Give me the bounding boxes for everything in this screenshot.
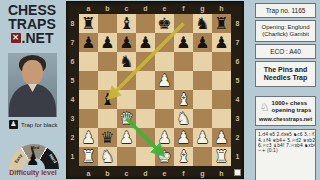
promo-text: 1000+ chess opening traps [272, 100, 312, 114]
rank-label-8: 8 [67, 18, 78, 29]
square-f6 [174, 52, 193, 71]
square-a8: ♜ [79, 14, 98, 33]
white-knight-f3: ♞ [174, 109, 193, 128]
square-c3: ♛ [117, 109, 136, 128]
black-pawn-g7: ♟ [193, 33, 212, 52]
square-c4 [117, 90, 136, 109]
square-f2: ♟ [174, 128, 193, 147]
opening-line-2: (Charlick) Gambit [256, 31, 315, 38]
eco-box: ECO : A40 [255, 44, 316, 59]
opening-box: Opening: Englund (Charlick) Gambit [255, 20, 316, 42]
black-pawn-b7: ♟ [98, 33, 117, 52]
square-d8 [136, 14, 155, 33]
square-b4: ♝ [98, 90, 117, 109]
white-pawn-c2: ♟ [117, 128, 136, 147]
opening-line-1: Opening: Englund [256, 24, 315, 31]
black-pawn-a7: ♟ [79, 33, 98, 52]
white-rook-h1: ♜ [212, 147, 231, 166]
square-e2: ♟ [155, 128, 174, 147]
square-g3 [193, 109, 212, 128]
white-pawn-f2: ♟ [174, 128, 193, 147]
square-e1: ♚ [155, 147, 174, 166]
square-a5 [79, 71, 98, 90]
square-e6 [155, 52, 174, 71]
square-g4 [193, 90, 212, 109]
white-pawn-e5: ♟ [155, 71, 174, 90]
rank-label-3: 3 [67, 113, 78, 124]
square-f8 [174, 14, 193, 33]
square-d2 [136, 128, 155, 147]
file-label-g: g [193, 3, 212, 14]
square-f4: ♝ [174, 90, 193, 109]
move-list-box: 1.d4 e5 2.dxe5 ♞c6 3.♘f3 ♛e74.♗f4 ♛b4+ 5… [255, 129, 316, 180]
rank-label-1: 1 [232, 151, 243, 162]
square-g1 [193, 147, 212, 166]
square-h7: ♟ [212, 33, 231, 52]
logo-net-text: .NET [22, 31, 54, 45]
rank-label-2: 2 [232, 132, 243, 143]
square-b7: ♟ [98, 33, 117, 52]
square-f1: ♝ [174, 147, 193, 166]
square-g6 [193, 52, 212, 71]
square-a3 [79, 109, 98, 128]
square-c8: ♝ [117, 14, 136, 33]
rank-label-1: 1 [67, 151, 78, 162]
file-label-g: g [193, 168, 212, 179]
rank-label-6: 6 [67, 56, 78, 67]
black-rook-a8: ♜ [79, 14, 98, 33]
knight-icon: ♘ [260, 102, 270, 113]
square-f3: ♞ [174, 109, 193, 128]
file-label-c: c [117, 3, 136, 14]
info-panel: Trap no. 1165 Opening: Englund (Charlick… [251, 0, 320, 180]
board-grid: ♜♝♚♞♜♟♟♟♟♟♟♟♞♟♝♝♛♞♟♛♟♟♟♟♟♜♞♚♝♜ [79, 14, 231, 166]
black-king-e8: ♚ [155, 14, 174, 33]
presenter-photo [8, 53, 57, 117]
white-pawn-e2: ♟ [155, 128, 174, 147]
file-label-h: h [212, 168, 231, 179]
rank-label-4: 4 [232, 94, 243, 105]
presenter-face [22, 60, 43, 85]
file-labels-top: abcdefgh [79, 3, 231, 14]
square-c7: ♟ [117, 33, 136, 52]
white-pawn-h2: ♟ [212, 128, 231, 147]
square-c6: ♞ [117, 52, 136, 71]
black-pawn-h7: ♟ [212, 33, 231, 52]
white-to-move-indicator [234, 169, 241, 176]
square-f7: ♟ [174, 33, 193, 52]
square-h4 [212, 90, 231, 109]
logo-line-1: CHESS [0, 3, 64, 17]
square-e5: ♟ [155, 71, 174, 90]
square-h8: ♜ [212, 14, 231, 33]
file-label-c: c [117, 168, 136, 179]
trap-name-line-2: Needles Trap [256, 74, 315, 82]
white-pawn-a2: ♟ [79, 128, 98, 147]
black-pawn-f7: ♟ [174, 33, 193, 52]
square-e7 [155, 33, 174, 52]
square-b5 [98, 71, 117, 90]
rank-label-7: 7 [67, 37, 78, 48]
file-label-a: a [79, 168, 98, 179]
square-a4 [79, 90, 98, 109]
white-bishop-f4: ♝ [174, 90, 193, 109]
square-d6 [136, 52, 155, 71]
promo-line-2: opening traps [272, 107, 312, 113]
square-g8: ♞ [193, 14, 212, 33]
square-c2: ♟ [117, 128, 136, 147]
square-h1: ♜ [212, 147, 231, 166]
rank-label-3: 3 [232, 113, 243, 124]
white-rook-a1: ♜ [79, 147, 98, 166]
trap-number-box: Trap no. 1165 [255, 3, 316, 18]
square-g5 [193, 71, 212, 90]
square-g2: ♟ [193, 128, 212, 147]
black-bishop-b4: ♝ [98, 90, 117, 109]
black-rook-h8: ♜ [212, 14, 231, 33]
black-bishop-c8: ♝ [117, 14, 136, 33]
rank-label-7: 7 [232, 37, 243, 48]
rank-label-4: 4 [67, 94, 78, 105]
rank-label-8: 8 [232, 18, 243, 29]
chess-board: abcdefgh abcdefgh 87654321 87654321 ♜♝♚♞… [66, 1, 244, 179]
square-e3 [155, 109, 174, 128]
square-b2: ♛ [98, 128, 117, 147]
square-f5 [174, 71, 193, 90]
square-b3 [98, 109, 117, 128]
square-d4 [136, 90, 155, 109]
file-label-f: f [174, 168, 193, 179]
black-pawn-d7: ♟ [136, 33, 155, 52]
square-a7: ♟ [79, 33, 98, 52]
rank-label-5: 5 [232, 75, 243, 86]
file-labels-bottom: abcdefgh [79, 168, 231, 179]
square-h5 [212, 71, 231, 90]
file-label-h: h [212, 3, 231, 14]
trap-side-legend: ♟ Trap for black [9, 120, 57, 129]
difficulty-label: Difficulty level [0, 169, 66, 176]
rank-label-6: 6 [232, 56, 243, 67]
move-line-4: −+ (0:1) [258, 148, 316, 153]
rank-labels-left: 87654321 [67, 14, 78, 166]
square-h2: ♟ [212, 128, 231, 147]
move-line-3: 6.♕c3 ♝b4! 7.♕xb4 ♞xb4 [258, 143, 316, 148]
square-c5 [117, 71, 136, 90]
square-g7: ♟ [193, 33, 212, 52]
promo-box: ♘ 1000+ chess opening traps www.chesstra… [255, 96, 316, 126]
rank-labels-right: 87654321 [232, 14, 243, 166]
square-e8: ♚ [155, 14, 174, 33]
square-h6 [212, 52, 231, 71]
square-e4 [155, 90, 174, 109]
file-label-d: d [136, 3, 155, 14]
square-b8 [98, 14, 117, 33]
black-pawn-icon: ♟ [9, 120, 18, 129]
rank-label-5: 5 [67, 75, 78, 86]
white-knight-b1: ♞ [98, 147, 117, 166]
square-b6 [98, 52, 117, 71]
logo-line-2: TRAPS [0, 17, 64, 31]
white-king-e1: ♚ [155, 147, 174, 166]
square-a1: ♜ [79, 147, 98, 166]
square-d7: ♟ [136, 33, 155, 52]
promo-line-1: 1000+ chess [272, 100, 308, 106]
black-pawn-c7: ♟ [117, 33, 136, 52]
file-label-e: e [155, 3, 174, 14]
white-queen-c3: ♛ [117, 109, 136, 128]
square-c1 [117, 147, 136, 166]
square-b1: ♞ [98, 147, 117, 166]
square-d1 [136, 147, 155, 166]
black-knight-g8: ♞ [193, 14, 212, 33]
file-label-e: e [155, 168, 174, 179]
square-d3 [136, 109, 155, 128]
move-list: 1.d4 e5 2.dxe5 ♞c6 3.♘f3 ♛e74.♗f4 ♛b4+ 5… [258, 132, 316, 153]
white-pawn-g2: ♟ [193, 128, 212, 147]
trap-name-line-1: The Pins and [256, 66, 315, 74]
trap-side-label: Trap for black [21, 122, 57, 128]
square-h3 [212, 109, 231, 128]
file-label-f: f [174, 3, 193, 14]
rank-label-2: 2 [67, 132, 78, 143]
black-knight-c6: ♞ [117, 52, 136, 71]
difficulty-pawn-icon: ♟ [26, 152, 39, 169]
square-a6 [79, 52, 98, 71]
logo-line-3: ✕ .NET [0, 31, 64, 45]
white-bishop-f1: ♝ [174, 147, 193, 166]
trap-name-box: The Pins and Needles Trap [255, 61, 316, 87]
site-logo: CHESS TRAPS ✕ .NET [0, 3, 64, 45]
difficulty-gauge: Easy Med Hard ♟ [9, 144, 59, 169]
file-label-b: b [98, 168, 117, 179]
website-text: www.chesstraps.net [257, 116, 314, 122]
square-d5 [136, 71, 155, 90]
file-label-a: a [79, 3, 98, 14]
file-label-b: b [98, 3, 117, 14]
chesstraps-logo-icon: ✕ [11, 33, 21, 43]
move-line-1: 1.d4 e5 2.dxe5 ♞c6 3.♘f3 ♛e7 [258, 132, 316, 137]
file-label-d: d [136, 168, 155, 179]
square-a2: ♟ [79, 128, 98, 147]
black-queen-b2: ♛ [98, 128, 117, 147]
chesstraps-thumbnail: CHESS TRAPS ✕ .NET ♟ Trap for black Easy… [0, 0, 320, 180]
